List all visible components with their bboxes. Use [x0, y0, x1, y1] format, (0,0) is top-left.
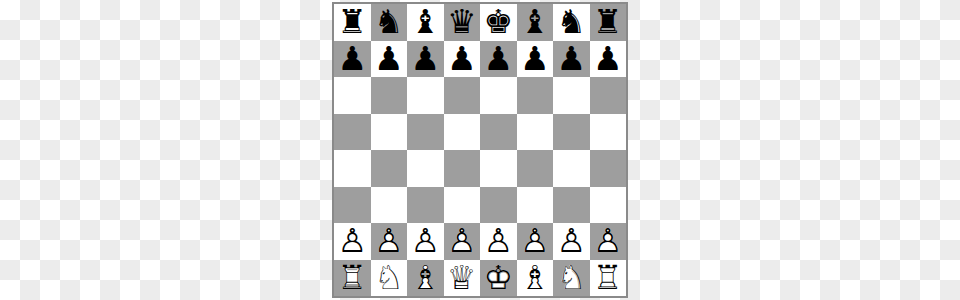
square-g2[interactable]: ♟♙ — [553, 223, 590, 260]
square-a5[interactable] — [334, 114, 371, 151]
piece-white-pawn-outline: ♙ — [334, 223, 371, 260]
square-e1[interactable]: ♚♔ — [480, 260, 517, 297]
piece-white-king-outline: ♔ — [480, 260, 517, 297]
square-d1[interactable]: ♛♕ — [444, 260, 481, 297]
piece-black-pawn[interactable]: ♟ — [407, 41, 444, 78]
piece-black-rook[interactable]: ♜ — [590, 4, 627, 41]
piece-white-pawn-outline: ♙ — [444, 223, 481, 260]
square-e6[interactable] — [480, 77, 517, 114]
square-b3[interactable] — [371, 187, 408, 224]
square-c4[interactable] — [407, 150, 444, 187]
square-e5[interactable] — [480, 114, 517, 151]
piece-black-pawn[interactable]: ♟ — [590, 41, 627, 78]
square-b6[interactable] — [371, 77, 408, 114]
piece-black-pawn[interactable]: ♟ — [517, 41, 554, 78]
piece-white-queen-outline: ♕ — [444, 260, 481, 297]
piece-black-pawn[interactable]: ♟ — [371, 41, 408, 78]
square-a7[interactable]: ♟ — [334, 41, 371, 78]
piece-black-king[interactable]: ♚ — [480, 4, 517, 41]
square-g8[interactable]: ♞ — [553, 4, 590, 41]
square-a2[interactable]: ♟♙ — [334, 223, 371, 260]
square-b8[interactable]: ♞ — [371, 4, 408, 41]
square-f4[interactable] — [517, 150, 554, 187]
piece-white-king[interactable]: ♚♔ — [480, 260, 517, 297]
square-c6[interactable] — [407, 77, 444, 114]
square-f7[interactable]: ♟ — [517, 41, 554, 78]
piece-white-bishop[interactable]: ♝♗ — [517, 260, 554, 297]
piece-black-pawn[interactable]: ♟ — [334, 41, 371, 78]
piece-white-pawn-outline: ♙ — [590, 223, 627, 260]
square-h8[interactable]: ♜ — [590, 4, 627, 41]
square-c2[interactable]: ♟♙ — [407, 223, 444, 260]
transparent-background: ♜♞♝♛♚♝♞♜♟♟♟♟♟♟♟♟♟♙♟♙♟♙♟♙♟♙♟♙♟♙♟♙♜♖♞♘♝♗♛♕… — [0, 0, 960, 300]
piece-white-pawn[interactable]: ♟♙ — [371, 223, 408, 260]
piece-black-bishop[interactable]: ♝ — [517, 4, 554, 41]
square-b5[interactable] — [371, 114, 408, 151]
piece-black-pawn[interactable]: ♟ — [553, 41, 590, 78]
square-g4[interactable] — [553, 150, 590, 187]
piece-white-rook-outline: ♖ — [334, 260, 371, 297]
square-f1[interactable]: ♝♗ — [517, 260, 554, 297]
square-g5[interactable] — [553, 114, 590, 151]
piece-white-pawn-outline: ♙ — [517, 223, 554, 260]
piece-white-pawn-outline: ♙ — [480, 223, 517, 260]
piece-white-pawn[interactable]: ♟♙ — [407, 223, 444, 260]
square-a6[interactable] — [334, 77, 371, 114]
square-e2[interactable]: ♟♙ — [480, 223, 517, 260]
piece-white-queen[interactable]: ♛♕ — [444, 260, 481, 297]
piece-white-pawn[interactable]: ♟♙ — [517, 223, 554, 260]
square-g1[interactable]: ♞♘ — [553, 260, 590, 297]
square-h5[interactable] — [590, 114, 627, 151]
square-e7[interactable]: ♟ — [480, 41, 517, 78]
square-h4[interactable] — [590, 150, 627, 187]
piece-white-rook[interactable]: ♜♖ — [590, 260, 627, 297]
square-a1[interactable]: ♜♖ — [334, 260, 371, 297]
square-h1[interactable]: ♜♖ — [590, 260, 627, 297]
square-d3[interactable] — [444, 187, 481, 224]
square-h3[interactable] — [590, 187, 627, 224]
square-e4[interactable] — [480, 150, 517, 187]
piece-white-knight[interactable]: ♞♘ — [553, 260, 590, 297]
piece-black-knight[interactable]: ♞ — [371, 4, 408, 41]
square-f3[interactable] — [517, 187, 554, 224]
square-e8[interactable]: ♚ — [480, 4, 517, 41]
square-d4[interactable] — [444, 150, 481, 187]
square-f8[interactable]: ♝ — [517, 4, 554, 41]
square-d6[interactable] — [444, 77, 481, 114]
square-h2[interactable]: ♟♙ — [590, 223, 627, 260]
square-g6[interactable] — [553, 77, 590, 114]
piece-white-pawn[interactable]: ♟♙ — [590, 223, 627, 260]
piece-white-bishop-outline: ♗ — [407, 260, 444, 297]
piece-black-knight[interactable]: ♞ — [553, 4, 590, 41]
piece-white-bishop[interactable]: ♝♗ — [407, 260, 444, 297]
piece-black-bishop[interactable]: ♝ — [407, 4, 444, 41]
square-g7[interactable]: ♟ — [553, 41, 590, 78]
square-a4[interactable] — [334, 150, 371, 187]
piece-black-pawn[interactable]: ♟ — [444, 41, 481, 78]
piece-black-queen[interactable]: ♛ — [444, 4, 481, 41]
square-d7[interactable]: ♟ — [444, 41, 481, 78]
piece-white-pawn[interactable]: ♟♙ — [444, 223, 481, 260]
square-f2[interactable]: ♟♙ — [517, 223, 554, 260]
piece-white-knight-outline: ♘ — [371, 260, 408, 297]
square-c8[interactable]: ♝ — [407, 4, 444, 41]
piece-white-pawn-outline: ♙ — [407, 223, 444, 260]
square-e3[interactable] — [480, 187, 517, 224]
square-b4[interactable] — [371, 150, 408, 187]
piece-white-pawn[interactable]: ♟♙ — [553, 223, 590, 260]
square-f6[interactable] — [517, 77, 554, 114]
square-b1[interactable]: ♞♘ — [371, 260, 408, 297]
chess-board: ♜♞♝♛♚♝♞♜♟♟♟♟♟♟♟♟♟♙♟♙♟♙♟♙♟♙♟♙♟♙♟♙♜♖♞♘♝♗♛♕… — [332, 2, 628, 298]
square-c3[interactable] — [407, 187, 444, 224]
square-h7[interactable]: ♟ — [590, 41, 627, 78]
piece-black-pawn[interactable]: ♟ — [480, 41, 517, 78]
piece-white-pawn-outline: ♙ — [553, 223, 590, 260]
square-g3[interactable] — [553, 187, 590, 224]
square-b7[interactable]: ♟ — [371, 41, 408, 78]
square-h6[interactable] — [590, 77, 627, 114]
square-c1[interactable]: ♝♗ — [407, 260, 444, 297]
square-d5[interactable] — [444, 114, 481, 151]
square-c5[interactable] — [407, 114, 444, 151]
piece-white-pawn[interactable]: ♟♙ — [334, 223, 371, 260]
square-d2[interactable]: ♟♙ — [444, 223, 481, 260]
square-c7[interactable]: ♟ — [407, 41, 444, 78]
square-d8[interactable]: ♛ — [444, 4, 481, 41]
piece-white-pawn[interactable]: ♟♙ — [480, 223, 517, 260]
piece-white-knight[interactable]: ♞♘ — [371, 260, 408, 297]
square-b2[interactable]: ♟♙ — [371, 223, 408, 260]
piece-black-rook[interactable]: ♜ — [334, 4, 371, 41]
piece-white-knight-outline: ♘ — [553, 260, 590, 297]
piece-white-rook-outline: ♖ — [590, 260, 627, 297]
piece-white-pawn-outline: ♙ — [371, 223, 408, 260]
piece-white-rook[interactable]: ♜♖ — [334, 260, 371, 297]
piece-white-bishop-outline: ♗ — [517, 260, 554, 297]
square-f5[interactable] — [517, 114, 554, 151]
square-a8[interactable]: ♜ — [334, 4, 371, 41]
square-a3[interactable] — [334, 187, 371, 224]
